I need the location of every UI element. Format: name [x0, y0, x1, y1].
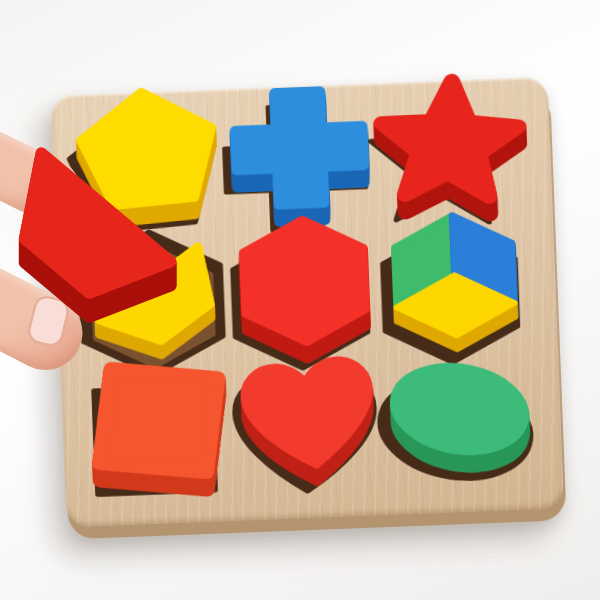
cell-cross[interactable]	[223, 89, 377, 226]
cell-hexagon-thirds[interactable]	[378, 217, 532, 354]
photo-scene	[0, 0, 600, 600]
cell-hexagon[interactable]	[228, 223, 382, 360]
cell-star[interactable]	[373, 84, 527, 221]
cell-heart[interactable]	[233, 356, 387, 493]
cell-oval[interactable]	[383, 350, 537, 487]
cell-square[interactable]	[82, 362, 236, 499]
held-piece-red-half-hexagon[interactable]	[2, 156, 162, 316]
